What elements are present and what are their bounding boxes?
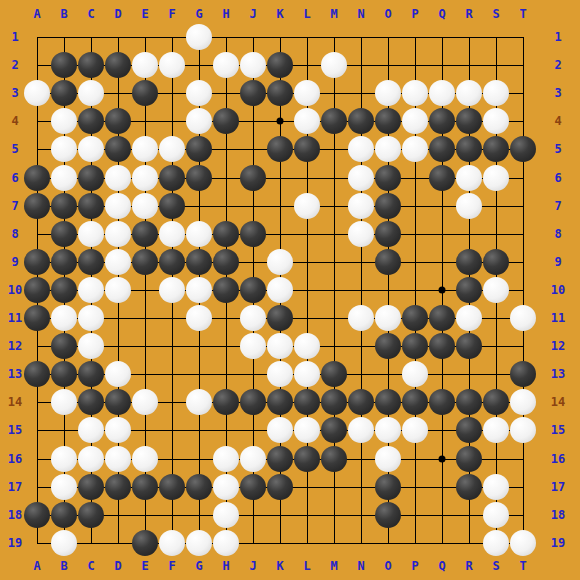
grid-line-row-18	[37, 515, 524, 516]
black-stone-K11[interactable]	[267, 305, 293, 331]
col-label-top-E: E	[141, 8, 148, 20]
col-label-bottom-H: H	[222, 560, 229, 572]
row-label-right-16: 16	[551, 453, 565, 465]
white-stone-E5[interactable]	[132, 136, 158, 162]
black-stone-J8[interactable]	[240, 221, 266, 247]
white-stone-O15[interactable]	[375, 417, 401, 443]
row-label-right-15: 15	[551, 424, 565, 436]
row-label-left-5: 5	[11, 143, 18, 155]
black-stone-C17[interactable]	[78, 474, 104, 500]
white-stone-L3[interactable]	[294, 80, 320, 106]
black-stone-O7[interactable]	[375, 193, 401, 219]
white-stone-F2[interactable]	[159, 52, 185, 78]
black-stone-O17[interactable]	[375, 474, 401, 500]
col-label-top-G: G	[195, 8, 202, 20]
black-stone-D5[interactable]	[105, 136, 131, 162]
col-label-top-J: J	[249, 8, 256, 20]
col-label-bottom-B: B	[60, 560, 67, 572]
white-stone-J16[interactable]	[240, 446, 266, 472]
black-stone-C14[interactable]	[78, 389, 104, 415]
white-stone-A3[interactable]	[24, 80, 50, 106]
grid-line-row-19	[37, 543, 524, 544]
white-stone-R7[interactable]	[456, 193, 482, 219]
white-stone-L12[interactable]	[294, 333, 320, 359]
black-stone-K14[interactable]	[267, 389, 293, 415]
black-stone-E8[interactable]	[132, 221, 158, 247]
white-stone-N11[interactable]	[348, 305, 374, 331]
black-stone-C7[interactable]	[78, 193, 104, 219]
black-stone-C13[interactable]	[78, 361, 104, 387]
white-stone-P3[interactable]	[402, 80, 428, 106]
col-label-bottom-T: T	[519, 560, 526, 572]
white-stone-S17[interactable]	[483, 474, 509, 500]
white-stone-C12[interactable]	[78, 333, 104, 359]
white-stone-C10[interactable]	[78, 277, 104, 303]
white-stone-L4[interactable]	[294, 108, 320, 134]
white-stone-C16[interactable]	[78, 446, 104, 472]
black-stone-B18[interactable]	[51, 502, 77, 528]
black-stone-J14[interactable]	[240, 389, 266, 415]
col-label-top-K: K	[276, 8, 283, 20]
black-stone-G5[interactable]	[186, 136, 212, 162]
white-stone-E7[interactable]	[132, 193, 158, 219]
black-stone-L16[interactable]	[294, 446, 320, 472]
black-stone-S14[interactable]	[483, 389, 509, 415]
row-label-left-9: 9	[11, 256, 18, 268]
white-stone-L7[interactable]	[294, 193, 320, 219]
black-stone-P12[interactable]	[402, 333, 428, 359]
grid-line-col-T	[523, 37, 524, 544]
white-stone-D9[interactable]	[105, 249, 131, 275]
white-stone-C5[interactable]	[78, 136, 104, 162]
white-stone-C15[interactable]	[78, 417, 104, 443]
black-stone-K17[interactable]	[267, 474, 293, 500]
row-label-right-19: 19	[551, 537, 565, 549]
col-label-top-T: T	[519, 8, 526, 20]
white-stone-G19[interactable]	[186, 530, 212, 556]
black-stone-S9[interactable]	[483, 249, 509, 275]
black-stone-R12[interactable]	[456, 333, 482, 359]
col-label-top-O: O	[384, 8, 391, 20]
black-stone-M15[interactable]	[321, 417, 347, 443]
white-stone-O16[interactable]	[375, 446, 401, 472]
black-stone-D14[interactable]	[105, 389, 131, 415]
white-stone-B16[interactable]	[51, 446, 77, 472]
white-stone-K10[interactable]	[267, 277, 293, 303]
col-label-top-R: R	[465, 8, 472, 20]
white-stone-P15[interactable]	[402, 417, 428, 443]
white-stone-F10[interactable]	[159, 277, 185, 303]
row-label-right-8: 8	[554, 228, 561, 240]
row-label-right-6: 6	[554, 172, 561, 184]
row-label-right-4: 4	[554, 115, 561, 127]
black-stone-A11[interactable]	[24, 305, 50, 331]
black-stone-E17[interactable]	[132, 474, 158, 500]
row-label-left-1: 1	[11, 31, 18, 43]
row-label-left-3: 3	[11, 87, 18, 99]
white-stone-B11[interactable]	[51, 305, 77, 331]
black-stone-R10[interactable]	[456, 277, 482, 303]
black-stone-C6[interactable]	[78, 165, 104, 191]
white-stone-K13[interactable]	[267, 361, 293, 387]
col-label-top-D: D	[114, 8, 121, 20]
col-label-top-C: C	[87, 8, 94, 20]
black-stone-G6[interactable]	[186, 165, 212, 191]
row-label-right-17: 17	[551, 481, 565, 493]
row-label-right-13: 13	[551, 368, 565, 380]
black-stone-O8[interactable]	[375, 221, 401, 247]
white-stone-N6[interactable]	[348, 165, 374, 191]
col-label-top-B: B	[60, 8, 67, 20]
black-stone-Q4[interactable]	[429, 108, 455, 134]
white-stone-Q3[interactable]	[429, 80, 455, 106]
row-label-right-2: 2	[554, 59, 561, 71]
white-stone-J12[interactable]	[240, 333, 266, 359]
white-stone-T15[interactable]	[510, 417, 536, 443]
black-stone-T13[interactable]	[510, 361, 536, 387]
row-label-left-18: 18	[8, 509, 22, 521]
black-stone-C4[interactable]	[78, 108, 104, 134]
white-stone-E6[interactable]	[132, 165, 158, 191]
row-label-left-15: 15	[8, 424, 22, 436]
white-stone-G11[interactable]	[186, 305, 212, 331]
col-label-bottom-C: C	[87, 560, 94, 572]
row-label-right-18: 18	[551, 509, 565, 521]
col-label-top-S: S	[492, 8, 499, 20]
white-stone-H18[interactable]	[213, 502, 239, 528]
white-stone-P4[interactable]	[402, 108, 428, 134]
black-stone-R5[interactable]	[456, 136, 482, 162]
col-label-bottom-A: A	[33, 560, 40, 572]
white-stone-L15[interactable]	[294, 417, 320, 443]
white-stone-L13[interactable]	[294, 361, 320, 387]
black-stone-B3[interactable]	[51, 80, 77, 106]
white-stone-M2[interactable]	[321, 52, 347, 78]
white-stone-B4[interactable]	[51, 108, 77, 134]
black-stone-R9[interactable]	[456, 249, 482, 275]
white-stone-E14[interactable]	[132, 389, 158, 415]
white-stone-P13[interactable]	[402, 361, 428, 387]
black-stone-R17[interactable]	[456, 474, 482, 500]
black-stone-H10[interactable]	[213, 277, 239, 303]
white-stone-E2[interactable]	[132, 52, 158, 78]
black-stone-G9[interactable]	[186, 249, 212, 275]
white-stone-D10[interactable]	[105, 277, 131, 303]
col-label-bottom-M: M	[330, 560, 337, 572]
row-label-right-14: 14	[551, 396, 565, 408]
black-stone-R4[interactable]	[456, 108, 482, 134]
black-stone-K2[interactable]	[267, 52, 293, 78]
row-label-left-4: 4	[11, 115, 18, 127]
row-label-right-1: 1	[554, 31, 561, 43]
white-stone-N15[interactable]	[348, 417, 374, 443]
star-point-K4	[277, 118, 284, 125]
black-stone-M4[interactable]	[321, 108, 347, 134]
black-stone-K3[interactable]	[267, 80, 293, 106]
white-stone-H2[interactable]	[213, 52, 239, 78]
row-label-left-12: 12	[8, 340, 22, 352]
black-stone-Q14[interactable]	[429, 389, 455, 415]
col-label-bottom-R: R	[465, 560, 472, 572]
col-label-bottom-K: K	[276, 560, 283, 572]
row-label-left-6: 6	[11, 172, 18, 184]
white-stone-D7[interactable]	[105, 193, 131, 219]
black-stone-B9[interactable]	[51, 249, 77, 275]
black-stone-H14[interactable]	[213, 389, 239, 415]
col-label-bottom-J: J	[249, 560, 256, 572]
black-stone-M16[interactable]	[321, 446, 347, 472]
row-label-right-10: 10	[551, 284, 565, 296]
black-stone-J6[interactable]	[240, 165, 266, 191]
black-stone-E3[interactable]	[132, 80, 158, 106]
white-stone-N7[interactable]	[348, 193, 374, 219]
black-stone-K16[interactable]	[267, 446, 293, 472]
black-stone-F7[interactable]	[159, 193, 185, 219]
white-stone-P5[interactable]	[402, 136, 428, 162]
white-stone-J11[interactable]	[240, 305, 266, 331]
col-label-bottom-F: F	[168, 560, 175, 572]
col-label-top-A: A	[33, 8, 40, 20]
black-stone-O18[interactable]	[375, 502, 401, 528]
black-stone-N4[interactable]	[348, 108, 374, 134]
black-stone-A18[interactable]	[24, 502, 50, 528]
black-stone-L14[interactable]	[294, 389, 320, 415]
black-stone-B8[interactable]	[51, 221, 77, 247]
black-stone-C18[interactable]	[78, 502, 104, 528]
black-stone-J3[interactable]	[240, 80, 266, 106]
black-stone-D17[interactable]	[105, 474, 131, 500]
black-stone-D2[interactable]	[105, 52, 131, 78]
white-stone-B5[interactable]	[51, 136, 77, 162]
black-stone-F6[interactable]	[159, 165, 185, 191]
black-stone-B13[interactable]	[51, 361, 77, 387]
row-label-left-11: 11	[8, 312, 22, 324]
black-stone-T5[interactable]	[510, 136, 536, 162]
black-stone-Q6[interactable]	[429, 165, 455, 191]
white-stone-S6[interactable]	[483, 165, 509, 191]
row-label-right-7: 7	[554, 200, 561, 212]
white-stone-N5[interactable]	[348, 136, 374, 162]
col-label-top-L: L	[303, 8, 310, 20]
white-stone-S18[interactable]	[483, 502, 509, 528]
black-stone-B10[interactable]	[51, 277, 77, 303]
go-board: AABBCCDDEEFFGGHHJJKKLLMMNNOOPPQQRRSSTT11…	[0, 0, 580, 580]
black-stone-O9[interactable]	[375, 249, 401, 275]
white-stone-E16[interactable]	[132, 446, 158, 472]
row-label-left-16: 16	[8, 453, 22, 465]
row-label-right-9: 9	[554, 256, 561, 268]
black-stone-S5[interactable]	[483, 136, 509, 162]
white-stone-G8[interactable]	[186, 221, 212, 247]
black-stone-O4[interactable]	[375, 108, 401, 134]
black-stone-R15[interactable]	[456, 417, 482, 443]
white-stone-S15[interactable]	[483, 417, 509, 443]
white-stone-T14[interactable]	[510, 389, 536, 415]
white-stone-G4[interactable]	[186, 108, 212, 134]
col-label-top-F: F	[168, 8, 175, 20]
white-stone-H17[interactable]	[213, 474, 239, 500]
white-stone-H16[interactable]	[213, 446, 239, 472]
black-stone-N14[interactable]	[348, 389, 374, 415]
white-stone-S19[interactable]	[483, 530, 509, 556]
white-stone-K15[interactable]	[267, 417, 293, 443]
white-stone-B19[interactable]	[51, 530, 77, 556]
col-label-bottom-L: L	[303, 560, 310, 572]
black-stone-O14[interactable]	[375, 389, 401, 415]
black-stone-E19[interactable]	[132, 530, 158, 556]
black-stone-A10[interactable]	[24, 277, 50, 303]
black-stone-G17[interactable]	[186, 474, 212, 500]
black-stone-B2[interactable]	[51, 52, 77, 78]
white-stone-C11[interactable]	[78, 305, 104, 331]
white-stone-S3[interactable]	[483, 80, 509, 106]
white-stone-D6[interactable]	[105, 165, 131, 191]
white-stone-G10[interactable]	[186, 277, 212, 303]
white-stone-B14[interactable]	[51, 389, 77, 415]
col-label-bottom-P: P	[411, 560, 418, 572]
col-label-bottom-O: O	[384, 560, 391, 572]
black-stone-J10[interactable]	[240, 277, 266, 303]
black-stone-P11[interactable]	[402, 305, 428, 331]
col-label-bottom-E: E	[141, 560, 148, 572]
white-stone-R3[interactable]	[456, 80, 482, 106]
white-stone-F19[interactable]	[159, 530, 185, 556]
white-stone-G14[interactable]	[186, 389, 212, 415]
black-stone-Q11[interactable]	[429, 305, 455, 331]
black-stone-B7[interactable]	[51, 193, 77, 219]
col-label-top-P: P	[411, 8, 418, 20]
black-stone-R14[interactable]	[456, 389, 482, 415]
white-stone-N8[interactable]	[348, 221, 374, 247]
white-stone-O3[interactable]	[375, 80, 401, 106]
row-label-left-7: 7	[11, 200, 18, 212]
black-stone-L5[interactable]	[294, 136, 320, 162]
row-label-left-2: 2	[11, 59, 18, 71]
col-label-bottom-S: S	[492, 560, 499, 572]
black-stone-B12[interactable]	[51, 333, 77, 359]
white-stone-D16[interactable]	[105, 446, 131, 472]
black-stone-O6[interactable]	[375, 165, 401, 191]
black-stone-H8[interactable]	[213, 221, 239, 247]
white-stone-J2[interactable]	[240, 52, 266, 78]
black-stone-F9[interactable]	[159, 249, 185, 275]
white-stone-F5[interactable]	[159, 136, 185, 162]
white-stone-D8[interactable]	[105, 221, 131, 247]
black-stone-A6[interactable]	[24, 165, 50, 191]
white-stone-B6[interactable]	[51, 165, 77, 191]
black-stone-A7[interactable]	[24, 193, 50, 219]
col-label-bottom-Q: Q	[438, 560, 445, 572]
white-stone-K12[interactable]	[267, 333, 293, 359]
white-stone-T19[interactable]	[510, 530, 536, 556]
black-stone-F17[interactable]	[159, 474, 185, 500]
black-stone-C2[interactable]	[78, 52, 104, 78]
white-stone-H19[interactable]	[213, 530, 239, 556]
white-stone-F8[interactable]	[159, 221, 185, 247]
white-stone-O5[interactable]	[375, 136, 401, 162]
black-stone-J17[interactable]	[240, 474, 266, 500]
col-label-bottom-G: G	[195, 560, 202, 572]
black-stone-P14[interactable]	[402, 389, 428, 415]
black-stone-Q12[interactable]	[429, 333, 455, 359]
black-stone-E9[interactable]	[132, 249, 158, 275]
row-label-right-12: 12	[551, 340, 565, 352]
white-stone-G1[interactable]	[186, 24, 212, 50]
row-label-right-5: 5	[554, 143, 561, 155]
black-stone-D4[interactable]	[105, 108, 131, 134]
white-stone-D13[interactable]	[105, 361, 131, 387]
col-label-top-Q: Q	[438, 8, 445, 20]
row-label-left-10: 10	[8, 284, 22, 296]
row-label-right-3: 3	[554, 87, 561, 99]
black-stone-A13[interactable]	[24, 361, 50, 387]
col-label-bottom-D: D	[114, 560, 121, 572]
row-label-left-17: 17	[8, 481, 22, 493]
black-stone-O12[interactable]	[375, 333, 401, 359]
star-point-Q10	[439, 286, 446, 293]
black-stone-K5[interactable]	[267, 136, 293, 162]
white-stone-G3[interactable]	[186, 80, 212, 106]
black-stone-R16[interactable]	[456, 446, 482, 472]
star-point-Q16	[439, 455, 446, 462]
col-label-top-N: N	[357, 8, 364, 20]
white-stone-C3[interactable]	[78, 80, 104, 106]
black-stone-C9[interactable]	[78, 249, 104, 275]
black-stone-Q5[interactable]	[429, 136, 455, 162]
white-stone-T11[interactable]	[510, 305, 536, 331]
black-stone-M13[interactable]	[321, 361, 347, 387]
white-stone-R11[interactable]	[456, 305, 482, 331]
white-stone-B17[interactable]	[51, 474, 77, 500]
black-stone-H4[interactable]	[213, 108, 239, 134]
white-stone-K9[interactable]	[267, 249, 293, 275]
col-label-top-M: M	[330, 8, 337, 20]
white-stone-C8[interactable]	[78, 221, 104, 247]
white-stone-S10[interactable]	[483, 277, 509, 303]
black-stone-A9[interactable]	[24, 249, 50, 275]
col-label-top-H: H	[222, 8, 229, 20]
row-label-left-19: 19	[8, 537, 22, 549]
row-label-right-11: 11	[551, 312, 565, 324]
black-stone-M14[interactable]	[321, 389, 347, 415]
white-stone-D15[interactable]	[105, 417, 131, 443]
row-label-left-13: 13	[8, 368, 22, 380]
white-stone-O11[interactable]	[375, 305, 401, 331]
white-stone-S4[interactable]	[483, 108, 509, 134]
col-label-bottom-N: N	[357, 560, 364, 572]
row-label-left-8: 8	[11, 228, 18, 240]
black-stone-H9[interactable]	[213, 249, 239, 275]
row-label-left-14: 14	[8, 396, 22, 408]
white-stone-R6[interactable]	[456, 165, 482, 191]
